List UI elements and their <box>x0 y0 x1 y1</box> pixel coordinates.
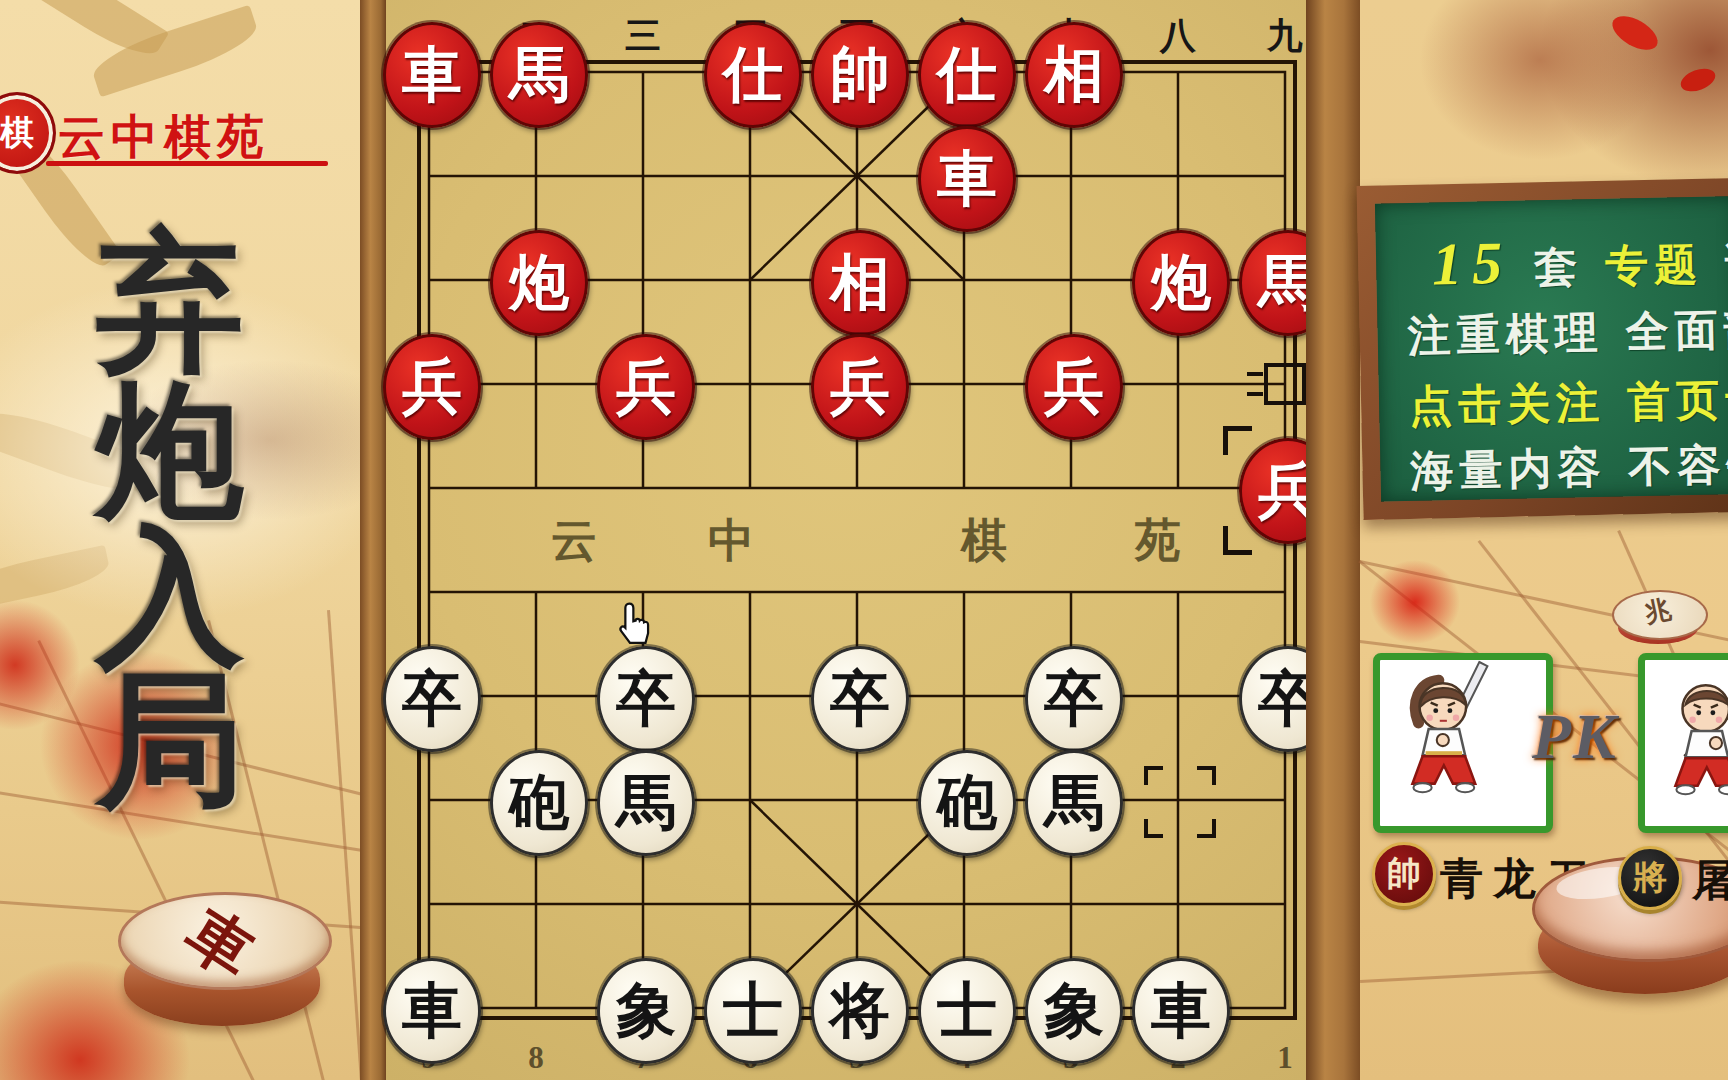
red-piece-帥[interactable]: 帥 <box>811 22 909 128</box>
black-general-badge: 將 <box>1618 846 1682 910</box>
red-piece-車[interactable]: 車 <box>383 22 481 128</box>
black-piece-士[interactable]: 士 <box>704 958 802 1064</box>
red-piece-兵[interactable]: 兵 <box>597 334 695 440</box>
black-piece-卒[interactable]: 卒 <box>383 646 481 752</box>
last-move-from-marker <box>1264 363 1306 405</box>
last-move-to-bracket <box>1223 426 1252 455</box>
watermark-char: 苑 <box>1128 510 1188 572</box>
chalk-text-segment: 15 <box>1432 230 1513 298</box>
black-badge-char: 將 <box>1633 855 1667 901</box>
chalkboard-surface: 15套专题讲注重棋理全面剖点击关注首页专海量内容不容错 <box>1375 196 1728 502</box>
black-piece-卒[interactable]: 卒 <box>597 646 695 752</box>
xiangqi-board[interactable]: 一二三四五六七八九 987654321 云中棋苑 車馬仕帥仕相車炮相炮馬兵兵兵兵… <box>386 0 1306 1080</box>
chalk-text-segment: 点击关注 <box>1409 379 1606 430</box>
wood-divider-right <box>1306 0 1360 1080</box>
red-player-avatar[interactable] <box>1373 653 1553 833</box>
watermark-char: 中 <box>701 510 761 572</box>
black-player-name: 屠 <box>1692 852 1728 910</box>
black-piece-馬[interactable]: 馬 <box>1025 750 1123 856</box>
red-general-badge: 帥 <box>1372 842 1436 906</box>
aux-point-marker <box>1144 819 1163 838</box>
chalkboard-line: 注重棋理全面剖 <box>1407 300 1728 366</box>
chalk-text-segment: 首页专 <box>1627 375 1728 425</box>
last-move-from-tick <box>1247 392 1263 396</box>
red-piece-車[interactable]: 車 <box>918 126 1016 232</box>
last-move-from-tick <box>1247 372 1263 376</box>
aux-point-marker <box>1197 819 1216 838</box>
chalkboard-line: 海量内容不容错 <box>1410 435 1728 501</box>
chalk-text-segment: 海量内容 <box>1410 444 1607 495</box>
title-char: 局 <box>70 668 270 816</box>
last-move-to-bracket <box>1223 526 1252 555</box>
black-piece-将[interactable]: 将 <box>811 958 909 1064</box>
red-piece-兵[interactable]: 兵 <box>383 334 481 440</box>
red-piece-仕[interactable]: 仕 <box>918 22 1016 128</box>
kungfu-kid-illustration <box>1645 660 1728 812</box>
left-banner-panel: 棋 云中棋苑 弃炮入局 車 <box>0 0 362 1080</box>
red-piece-相[interactable]: 相 <box>1025 22 1123 128</box>
title-char: 入 <box>70 524 270 672</box>
file-label-top: 三 <box>613 12 673 61</box>
title-char: 弃 <box>70 228 270 376</box>
chalk-text-segment: 注重棋理 <box>1407 309 1604 360</box>
black-piece-士[interactable]: 士 <box>918 958 1016 1064</box>
chalkboard-line: 15套专题讲 <box>1431 223 1728 300</box>
file-label-bottom: 8 <box>506 1040 566 1076</box>
black-piece-砲[interactable]: 砲 <box>490 750 588 856</box>
samurai-kid-illustration <box>1380 660 1532 812</box>
red-piece-仕[interactable]: 仕 <box>704 22 802 128</box>
wood-divider-left <box>360 0 386 1080</box>
red-piece-炮[interactable]: 炮 <box>1132 230 1230 336</box>
black-piece-砲[interactable]: 砲 <box>918 750 1016 856</box>
chalkboard: 15套专题讲注重棋理全面剖点击关注首页专海量内容不容错 <box>1357 178 1728 520</box>
aux-point-marker <box>1144 766 1163 785</box>
black-piece-象[interactable]: 象 <box>1025 958 1123 1064</box>
chalk-text-segment: 全面剖 <box>1625 305 1728 355</box>
video-frame: 棋 云中棋苑 弃炮入局 車 <box>0 0 1728 1080</box>
red-badge-char: 帥 <box>1387 851 1421 897</box>
title-char: 炮 <box>70 378 270 526</box>
file-label-top: 八 <box>1148 12 1208 61</box>
black-piece-象[interactable]: 象 <box>597 958 695 1064</box>
right-promo-panel: 15套专题讲注重棋理全面剖点击关注首页专海量内容不容错 兆 <box>1360 0 1728 1080</box>
pk-versus-text: PK <box>1532 700 1618 774</box>
red-petal <box>1370 560 1460 644</box>
black-piece-卒[interactable]: 卒 <box>811 646 909 752</box>
chalk-text-segment: 套 <box>1534 243 1584 291</box>
chalk-text-segment: 专题 <box>1605 241 1704 290</box>
black-player-avatar[interactable] <box>1638 653 1728 833</box>
red-piece-兵[interactable]: 兵 <box>1025 334 1123 440</box>
black-piece-車[interactable]: 車 <box>1132 958 1230 1064</box>
watermark-char: 云 <box>544 510 604 572</box>
aux-point-marker <box>1197 766 1216 785</box>
red-piece-相[interactable]: 相 <box>811 230 909 336</box>
mouse-hand-cursor <box>614 602 654 650</box>
chalk-text-segment: 不容错 <box>1628 440 1728 490</box>
watermark-char: 棋 <box>954 510 1014 572</box>
red-piece-炮[interactable]: 炮 <box>490 230 588 336</box>
seal-char: 棋 <box>0 110 34 156</box>
red-piece-兵[interactable]: 兵 <box>811 334 909 440</box>
black-piece-卒[interactable]: 卒 <box>1025 646 1123 752</box>
channel-logo-text: 云中棋苑 <box>58 106 328 169</box>
chalkboard-line: 点击关注首页专 <box>1409 370 1728 436</box>
black-piece-馬[interactable]: 馬 <box>597 750 695 856</box>
black-piece-車[interactable]: 車 <box>383 958 481 1064</box>
logo-underline <box>46 161 328 166</box>
red-piece-馬[interactable]: 馬 <box>490 22 588 128</box>
